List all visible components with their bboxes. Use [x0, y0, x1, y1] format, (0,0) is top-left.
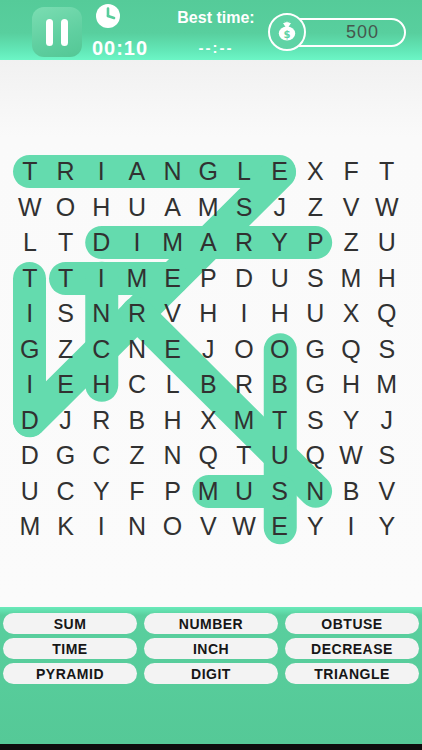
- coin-button[interactable]: $: [268, 13, 306, 51]
- grid-cell-z[interactable]: Z: [48, 332, 84, 368]
- grid-cell-u[interactable]: U: [262, 438, 298, 474]
- grid-cell-n[interactable]: N: [119, 509, 155, 545]
- grid-cell-q[interactable]: Q: [333, 332, 369, 368]
- grid-cell-t[interactable]: T: [48, 261, 84, 297]
- grid-cell-f[interactable]: F: [333, 154, 369, 190]
- word-inch[interactable]: INCH: [144, 638, 278, 659]
- grid-cell-d[interactable]: D: [83, 225, 119, 261]
- grid-cell-g[interactable]: G: [298, 367, 334, 403]
- grid-cell-l[interactable]: L: [155, 367, 191, 403]
- grid-cell-s[interactable]: S: [369, 438, 405, 474]
- grid-cell-d[interactable]: D: [12, 403, 48, 439]
- best-time-label: Best time:: [160, 9, 272, 27]
- grid-cell-g[interactable]: G: [298, 332, 334, 368]
- grid-cell-h[interactable]: H: [262, 296, 298, 332]
- grid-cell-p[interactable]: P: [155, 474, 191, 510]
- grid-cell-j[interactable]: J: [369, 403, 405, 439]
- grid-cell-o[interactable]: O: [262, 332, 298, 368]
- grid-cell-w[interactable]: W: [369, 190, 405, 226]
- grid-cell-i[interactable]: I: [12, 296, 48, 332]
- grid-cell-c[interactable]: C: [83, 438, 119, 474]
- grid-cell-c[interactable]: C: [83, 332, 119, 368]
- app-screen: 00:10 Best time: --:-- 500 $ TRIANGLEXFT…: [0, 0, 422, 750]
- grid-cell-n[interactable]: N: [155, 154, 191, 190]
- grid-cell-c[interactable]: C: [119, 367, 155, 403]
- grid-cell-i[interactable]: I: [83, 154, 119, 190]
- grid-cell-n[interactable]: N: [298, 474, 334, 510]
- grid-cell-y[interactable]: Y: [83, 474, 119, 510]
- bottom-bar: [0, 744, 422, 750]
- grid-cell-w[interactable]: W: [226, 509, 262, 545]
- timer-value: 00:10: [88, 37, 152, 60]
- grid-cell-y[interactable]: Y: [298, 509, 334, 545]
- word-decrease[interactable]: DECREASE: [285, 638, 419, 659]
- grid-cell-y[interactable]: Y: [262, 225, 298, 261]
- grid-cell-m[interactable]: M: [12, 509, 48, 545]
- grid-cell-t[interactable]: T: [226, 438, 262, 474]
- money-bag-icon: $: [274, 17, 300, 47]
- grid-cell-d[interactable]: D: [226, 261, 262, 297]
- grid-cell-v[interactable]: V: [155, 296, 191, 332]
- best-time-value: --:--: [160, 39, 272, 56]
- grid-cell-t[interactable]: T: [12, 261, 48, 297]
- grid-cell-a[interactable]: A: [190, 225, 226, 261]
- grid-cell-b[interactable]: B: [333, 474, 369, 510]
- grid-cell-b[interactable]: B: [190, 367, 226, 403]
- grid-cell-w[interactable]: W: [12, 190, 48, 226]
- grid-cell-r[interactable]: R: [83, 403, 119, 439]
- grid-cell-y[interactable]: Y: [333, 403, 369, 439]
- header: 00:10 Best time: --:-- 500 $: [0, 0, 422, 60]
- grid-cell-j[interactable]: J: [48, 403, 84, 439]
- grid-cell-j[interactable]: J: [262, 190, 298, 226]
- grid-cell-e[interactable]: E: [262, 154, 298, 190]
- grid-cell-q[interactable]: Q: [298, 438, 334, 474]
- grid-cell-s[interactable]: S: [298, 261, 334, 297]
- grid-cell-r[interactable]: R: [226, 225, 262, 261]
- grid-cell-s[interactable]: S: [369, 332, 405, 368]
- grid-cell-s[interactable]: S: [298, 403, 334, 439]
- grid-cell-u[interactable]: U: [369, 225, 405, 261]
- grid-cell-m[interactable]: M: [226, 403, 262, 439]
- grid-cell-u[interactable]: U: [119, 190, 155, 226]
- grid-cell-d[interactable]: D: [12, 438, 48, 474]
- grid-cell-j[interactable]: J: [190, 332, 226, 368]
- grid-cell-v[interactable]: V: [190, 509, 226, 545]
- grid-cell-e[interactable]: E: [155, 261, 191, 297]
- grid-cell-o[interactable]: O: [48, 190, 84, 226]
- grid-cell-s[interactable]: S: [226, 190, 262, 226]
- word-list: SUMNUMBEROBTUSETIMEINCHDECREASEPYRAMIDDI…: [3, 613, 419, 684]
- footer: SUMNUMBEROBTUSETIMEINCHDECREASEPYRAMIDDI…: [0, 607, 422, 744]
- coin-amount: 500: [346, 22, 379, 43]
- grid-cell-p[interactable]: P: [190, 261, 226, 297]
- grid-cell-q[interactable]: Q: [190, 438, 226, 474]
- grid-cell-h[interactable]: H: [155, 403, 191, 439]
- grid-cell-h[interactable]: H: [333, 367, 369, 403]
- grid-cell-z[interactable]: Z: [333, 225, 369, 261]
- grid-cell-u[interactable]: U: [12, 474, 48, 510]
- grid-cell-r[interactable]: R: [48, 154, 84, 190]
- grid-cell-f[interactable]: F: [119, 474, 155, 510]
- letter-grid: TRIANGLEXFTWOHUAMSJZVWLTDIMARYPZUTTIMEPD…: [12, 154, 405, 545]
- grid-cell-v[interactable]: V: [369, 474, 405, 510]
- grid-cell-i[interactable]: I: [83, 261, 119, 297]
- grid-cell-z[interactable]: Z: [298, 190, 334, 226]
- grid-cell-o[interactable]: O: [226, 332, 262, 368]
- grid-cell-s[interactable]: S: [48, 296, 84, 332]
- grid-cell-i[interactable]: I: [226, 296, 262, 332]
- word-number[interactable]: NUMBER: [144, 613, 278, 634]
- grid-cell-h[interactable]: H: [190, 296, 226, 332]
- grid-cell-i[interactable]: I: [119, 225, 155, 261]
- grid-cell-g[interactable]: G: [190, 154, 226, 190]
- grid-cell-x[interactable]: X: [190, 403, 226, 439]
- grid-cell-s[interactable]: S: [262, 474, 298, 510]
- grid-cell-a[interactable]: A: [155, 190, 191, 226]
- grid-cell-h[interactable]: H: [83, 190, 119, 226]
- grid-cell-i[interactable]: I: [333, 509, 369, 545]
- grid-cell-h[interactable]: H: [369, 261, 405, 297]
- grid-cell-v[interactable]: V: [333, 190, 369, 226]
- grid-cell-x[interactable]: X: [298, 154, 334, 190]
- grid-cell-e[interactable]: E: [155, 332, 191, 368]
- grid-cell-q[interactable]: Q: [369, 296, 405, 332]
- grid-cell-i[interactable]: I: [12, 367, 48, 403]
- grid-cell-r[interactable]: R: [226, 367, 262, 403]
- word-obtuse[interactable]: OBTUSE: [285, 613, 419, 634]
- grid-cell-m[interactable]: M: [190, 190, 226, 226]
- grid-cell-l[interactable]: L: [226, 154, 262, 190]
- grid-cell-g[interactable]: G: [12, 332, 48, 368]
- word-pyramid[interactable]: PYRAMID: [3, 663, 137, 684]
- grid-cell-g[interactable]: G: [48, 438, 84, 474]
- grid-cell-t[interactable]: T: [369, 154, 405, 190]
- grid-cell-b[interactable]: B: [119, 403, 155, 439]
- grid-cell-t[interactable]: T: [262, 403, 298, 439]
- grid-cell-o[interactable]: O: [155, 509, 191, 545]
- grid-cell-x[interactable]: X: [333, 296, 369, 332]
- word-time[interactable]: TIME: [3, 638, 137, 659]
- grid-cell-l[interactable]: L: [12, 225, 48, 261]
- word-sum[interactable]: SUM: [3, 613, 137, 634]
- grid-cell-e[interactable]: E: [48, 367, 84, 403]
- pause-button[interactable]: [32, 7, 82, 57]
- grid-cell-p[interactable]: P: [298, 225, 334, 261]
- grid-cell-i[interactable]: I: [83, 509, 119, 545]
- grid-cell-a[interactable]: A: [119, 154, 155, 190]
- grid-cell-t[interactable]: T: [48, 225, 84, 261]
- grid-cell-z[interactable]: Z: [119, 438, 155, 474]
- grid-cell-y[interactable]: Y: [369, 509, 405, 545]
- svg-text:$: $: [284, 29, 291, 40]
- grid-cell-n[interactable]: N: [83, 296, 119, 332]
- grid-cell-e[interactable]: E: [262, 509, 298, 545]
- grid-cell-u[interactable]: U: [262, 261, 298, 297]
- grid-cell-m[interactable]: M: [190, 474, 226, 510]
- grid-cell-m[interactable]: M: [119, 261, 155, 297]
- grid-cell-t[interactable]: T: [12, 154, 48, 190]
- grid-cell-r[interactable]: R: [119, 296, 155, 332]
- grid-cell-m[interactable]: M: [333, 261, 369, 297]
- grid-cell-k[interactable]: K: [48, 509, 84, 545]
- grid-cell-n[interactable]: N: [119, 332, 155, 368]
- word-triangle[interactable]: TRIANGLE: [285, 663, 419, 684]
- pause-icon: [46, 19, 68, 46]
- word-digit[interactable]: DIGIT: [144, 663, 278, 684]
- grid-cell-b[interactable]: B: [262, 367, 298, 403]
- grid-cell-u[interactable]: U: [226, 474, 262, 510]
- grid-cell-u[interactable]: U: [298, 296, 334, 332]
- grid-cell-n[interactable]: N: [155, 438, 191, 474]
- clock-icon: [95, 3, 121, 33]
- grid-cell-h[interactable]: H: [83, 367, 119, 403]
- grid-cell-w[interactable]: W: [333, 438, 369, 474]
- grid-cell-m[interactable]: M: [155, 225, 191, 261]
- grid-cell-c[interactable]: C: [48, 474, 84, 510]
- grid-cell-m[interactable]: M: [369, 367, 405, 403]
